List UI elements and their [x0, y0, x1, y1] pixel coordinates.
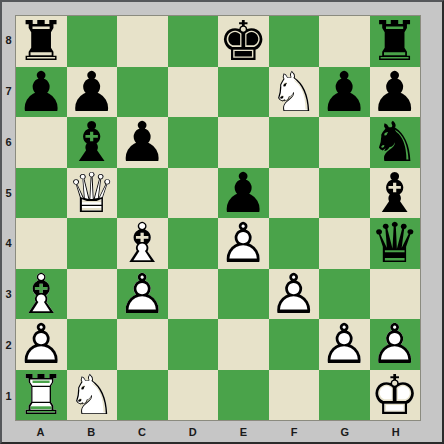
square-g6[interactable]	[319, 117, 370, 168]
black-knight-icon: ♞	[370, 117, 419, 167]
black-pawn-icon: ♟	[118, 117, 167, 167]
square-d3[interactable]	[168, 269, 219, 320]
black-king-e8[interactable]: ♚	[218, 16, 269, 67]
rank-label-1: 1	[2, 370, 15, 421]
white-rook-outline-icon: ♖	[17, 370, 66, 420]
square-d5[interactable]	[168, 168, 219, 219]
black-bishop-b6[interactable]: ♝	[67, 117, 118, 168]
square-b3[interactable]	[67, 269, 118, 320]
black-pawn-icon: ♟	[67, 67, 116, 117]
square-d7[interactable]	[168, 67, 219, 118]
black-king-icon: ♚	[219, 16, 268, 66]
white-bishop-outline-icon: ♗	[118, 218, 167, 268]
square-e3[interactable]	[218, 269, 269, 320]
square-a1[interactable]: ♜♖	[16, 370, 67, 421]
black-bishop-icon: ♝	[370, 168, 419, 218]
square-f7[interactable]: ♞♘	[269, 67, 320, 118]
square-g4[interactable]	[319, 218, 370, 269]
square-a8[interactable]: ♜	[16, 16, 67, 67]
white-pawn-c3[interactable]: ♟♙	[117, 269, 168, 320]
file-label-f: F	[269, 421, 320, 442]
black-queen-icon: ♛	[370, 218, 419, 268]
rank-label-2: 2	[2, 320, 15, 371]
file-label-g: G	[320, 421, 371, 442]
black-pawn-g7[interactable]: ♟	[319, 67, 370, 118]
black-bishop-icon: ♝	[67, 117, 116, 167]
square-b2[interactable]	[67, 319, 118, 370]
black-rook-a8[interactable]: ♜	[16, 16, 67, 67]
square-a5[interactable]	[16, 168, 67, 219]
white-king-h1[interactable]: ♚♔	[370, 370, 421, 421]
file-label-a: A	[15, 421, 66, 442]
square-h4[interactable]: ♛	[370, 218, 421, 269]
square-d8[interactable]	[168, 16, 219, 67]
file-label-b: B	[66, 421, 117, 442]
white-queen-b5[interactable]: ♛♕	[67, 168, 118, 219]
white-king-outline-icon: ♔	[370, 370, 419, 420]
square-b1[interactable]: ♞♘	[67, 370, 118, 421]
white-pawn-h2[interactable]: ♟♙	[370, 319, 421, 370]
rank-label-4: 4	[2, 218, 15, 269]
file-label-c: C	[117, 421, 168, 442]
square-d1[interactable]	[168, 370, 219, 421]
white-pawn-f3[interactable]: ♟♙	[269, 269, 320, 320]
square-g1[interactable]	[319, 370, 370, 421]
square-c3[interactable]: ♟♙	[117, 269, 168, 320]
black-pawn-icon: ♟	[370, 67, 419, 117]
square-d6[interactable]	[168, 117, 219, 168]
square-h2[interactable]: ♟♙	[370, 319, 421, 370]
square-a6[interactable]	[16, 117, 67, 168]
white-pawn-e4[interactable]: ♟♙	[218, 218, 269, 269]
rank-label-6: 6	[2, 117, 15, 168]
square-c4[interactable]: ♝♗	[117, 218, 168, 269]
white-knight-f7[interactable]: ♞♘	[269, 67, 320, 118]
white-knight-b1[interactable]: ♞♘	[67, 370, 118, 421]
file-labels: ABCDEFGH	[15, 421, 421, 442]
square-b4[interactable]	[67, 218, 118, 269]
square-c8[interactable]	[117, 16, 168, 67]
black-queen-h4[interactable]: ♛	[370, 218, 421, 269]
white-queen-outline-icon: ♕	[67, 168, 116, 218]
square-d4[interactable]	[168, 218, 219, 269]
white-pawn-outline-icon: ♙	[118, 269, 167, 319]
black-rook-icon: ♜	[17, 16, 66, 66]
black-pawn-a7[interactable]: ♟	[16, 67, 67, 118]
rank-label-7: 7	[2, 66, 15, 117]
black-pawn-icon: ♟	[320, 67, 369, 117]
square-b5[interactable]: ♛♕	[67, 168, 118, 219]
square-f5[interactable]	[269, 168, 320, 219]
chessboard-frame: ♜♚♜♟♟♞♘♟♟♝♟♞♛♕♟♝♝♗♟♙♛♝♗♟♙♟♙♟♙♟♙♟♙♜♖♞♘♚♔ …	[0, 0, 444, 444]
rank-label-3: 3	[2, 269, 15, 320]
rank-labels: 87654321	[2, 15, 15, 421]
white-rook-a1[interactable]: ♜♖	[16, 370, 67, 421]
white-knight-outline-icon: ♘	[269, 67, 318, 117]
black-pawn-icon: ♟	[17, 67, 66, 117]
file-label-d: D	[167, 421, 218, 442]
square-d2[interactable]	[168, 319, 219, 370]
white-pawn-outline-icon: ♙	[219, 218, 268, 268]
black-pawn-c6[interactable]: ♟	[117, 117, 168, 168]
square-b6[interactable]: ♝	[67, 117, 118, 168]
white-pawn-outline-icon: ♙	[269, 269, 318, 319]
square-f2[interactable]	[269, 319, 320, 370]
square-f4[interactable]	[269, 218, 320, 269]
square-a7[interactable]: ♟	[16, 67, 67, 118]
rank-label-8: 8	[2, 15, 15, 66]
square-c6[interactable]: ♟	[117, 117, 168, 168]
square-h6[interactable]: ♞	[370, 117, 421, 168]
square-e6[interactable]	[218, 117, 269, 168]
white-pawn-g2[interactable]: ♟♙	[319, 319, 370, 370]
square-h8[interactable]: ♜	[370, 16, 421, 67]
white-pawn-outline-icon: ♙	[17, 319, 66, 369]
square-f1[interactable]	[269, 370, 320, 421]
square-g2[interactable]: ♟♙	[319, 319, 370, 370]
square-e4[interactable]: ♟♙	[218, 218, 269, 269]
square-g8[interactable]	[319, 16, 370, 67]
square-a2[interactable]: ♟♙	[16, 319, 67, 370]
white-bishop-c4[interactable]: ♝♗	[117, 218, 168, 269]
black-rook-icon: ♜	[370, 16, 419, 66]
square-b8[interactable]	[67, 16, 118, 67]
white-pawn-a2[interactable]: ♟♙	[16, 319, 67, 370]
black-pawn-icon: ♟	[219, 168, 268, 218]
file-label-e: E	[218, 421, 269, 442]
square-g7[interactable]: ♟	[319, 67, 370, 118]
square-e8[interactable]: ♚	[218, 16, 269, 67]
square-h1[interactable]: ♚♔	[370, 370, 421, 421]
square-f8[interactable]	[269, 16, 320, 67]
white-pawn-outline-icon: ♙	[320, 319, 369, 369]
chess-board: ♜♚♜♟♟♞♘♟♟♝♟♞♛♕♟♝♝♗♟♙♛♝♗♟♙♟♙♟♙♟♙♟♙♜♖♞♘♚♔	[15, 15, 421, 421]
square-a4[interactable]	[16, 218, 67, 269]
square-f6[interactable]	[269, 117, 320, 168]
square-e1[interactable]	[218, 370, 269, 421]
square-g5[interactable]	[319, 168, 370, 219]
square-e2[interactable]	[218, 319, 269, 370]
square-e7[interactable]	[218, 67, 269, 118]
file-label-h: H	[370, 421, 421, 442]
white-bishop-outline-icon: ♗	[17, 269, 66, 319]
black-rook-h8[interactable]: ♜	[370, 16, 421, 67]
square-f3[interactable]: ♟♙	[269, 269, 320, 320]
white-knight-outline-icon: ♘	[67, 370, 116, 420]
square-c1[interactable]	[117, 370, 168, 421]
black-knight-h6[interactable]: ♞	[370, 117, 421, 168]
square-c2[interactable]	[117, 319, 168, 370]
rank-label-5: 5	[2, 167, 15, 218]
white-pawn-outline-icon: ♙	[370, 319, 419, 369]
